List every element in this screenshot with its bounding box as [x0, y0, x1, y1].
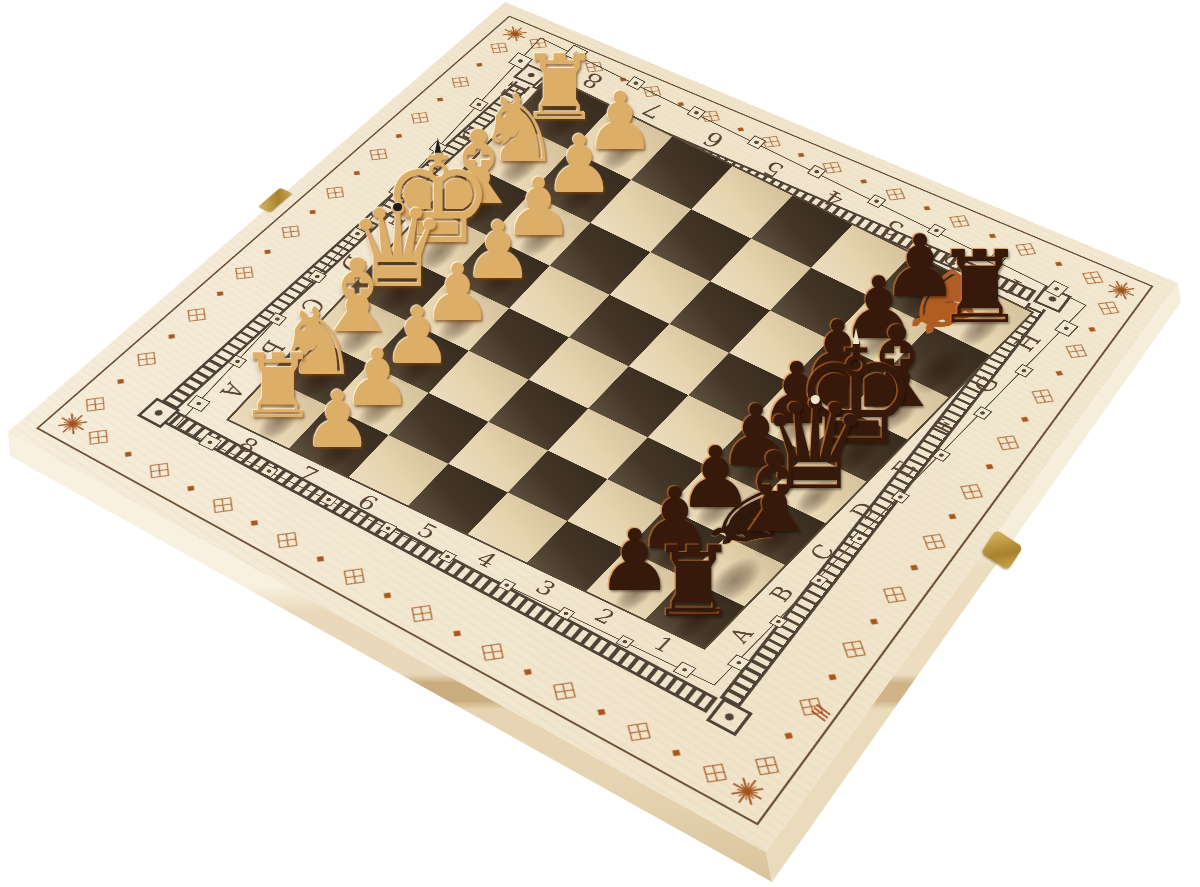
small-diamond-icon: [384, 593, 391, 598]
window-diamond-icon: [481, 644, 503, 661]
window-diamond-icon: [883, 586, 906, 603]
window-diamond-icon: [553, 683, 576, 701]
small-diamond-icon: [188, 486, 194, 491]
window-diamond-icon: [281, 226, 299, 238]
window-diamond-icon: [1065, 344, 1087, 358]
small-diamond-icon: [437, 98, 443, 102]
small-diamond-icon: [829, 674, 837, 680]
small-diamond-icon: [785, 732, 793, 738]
small-diamond-icon: [118, 379, 124, 384]
small-diamond-icon: [251, 520, 257, 525]
small-diamond-icon: [1089, 327, 1096, 331]
small-diamond-icon: [1056, 371, 1063, 376]
window-diamond-icon: [842, 640, 866, 657]
window-diamond-icon: [451, 77, 468, 88]
light-king-finial-icon: [435, 138, 441, 153]
small-diamond-icon: [169, 334, 175, 338]
window-diamond-icon: [627, 723, 650, 741]
window-diamond-icon: [996, 436, 1018, 451]
window-diamond-icon: [86, 397, 105, 411]
window-diamond-icon: [343, 569, 364, 585]
small-diamond-icon: [125, 452, 131, 457]
small-diamond-icon: [354, 171, 360, 175]
small-diamond-icon: [924, 206, 930, 210]
window-diamond-icon: [150, 463, 169, 478]
window-diamond-icon: [411, 112, 428, 123]
window-diamond-icon: [922, 534, 945, 550]
small-diamond-icon: [453, 630, 460, 636]
window-diamond-icon: [960, 484, 983, 499]
small-diamond-icon: [310, 210, 316, 214]
small-diamond-icon: [1021, 417, 1028, 422]
small-diamond-icon: [737, 127, 743, 131]
small-diamond-icon: [910, 565, 917, 570]
window-diamond-icon: [277, 533, 297, 549]
small-diamond-icon: [798, 153, 804, 157]
window-diamond-icon: [187, 308, 205, 321]
window-diamond-icon: [326, 186, 344, 198]
window-diamond-icon: [754, 756, 778, 775]
small-diamond-icon: [1055, 262, 1062, 266]
small-diamond-icon: [477, 63, 483, 66]
light-queen-finial-icon: [393, 203, 401, 211]
dark-bishop-c1[interactable]: ♝: [725, 437, 825, 548]
window-diamond-icon: [89, 430, 108, 445]
light-pawn-a7[interactable]: ♟: [302, 381, 373, 460]
small-diamond-icon: [949, 514, 956, 519]
window-diamond-icon: [1031, 389, 1053, 403]
small-diamond-icon: [524, 669, 531, 675]
window-diamond-icon: [822, 162, 841, 174]
window-diamond-icon: [703, 764, 727, 783]
dark-queen-finial-icon: [811, 395, 820, 404]
window-diamond-icon: [213, 498, 233, 514]
window-diamond-icon: [411, 606, 432, 623]
small-diamond-icon: [317, 556, 324, 561]
window-diamond-icon: [137, 352, 155, 366]
small-diamond-icon: [264, 250, 270, 254]
product-photo-stage: AABBCCDDEEFFGGHH1122334455667788♞♞ ♜♟♞♟♝…: [0, 0, 1200, 887]
small-diamond-icon: [217, 291, 223, 295]
dark-king-finial-icon: [853, 328, 860, 345]
small-diamond-icon: [672, 750, 680, 756]
small-diamond-icon: [860, 179, 866, 183]
window-diamond-icon: [490, 43, 507, 53]
small-diamond-icon: [597, 709, 604, 715]
window-diamond-icon: [235, 266, 253, 279]
dark-rook-a1[interactable]: ♜: [650, 533, 738, 631]
dark-rook-h1[interactable]: ♜: [935, 238, 1025, 338]
small-diamond-icon: [986, 464, 993, 469]
window-diamond-icon: [885, 189, 905, 201]
small-diamond-icon: [870, 619, 878, 624]
window-diamond-icon: [1082, 272, 1103, 285]
